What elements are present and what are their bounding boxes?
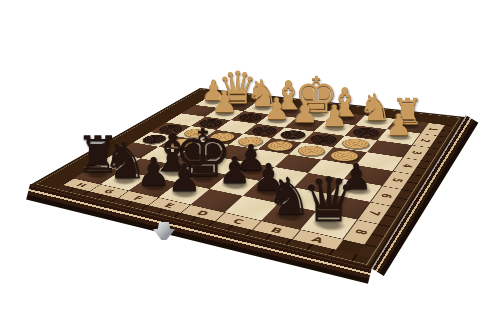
pieces-layer: ♜♞♝♚♝♞♛♟♟♟♟♟♟♟♟♟♟♚♝♛♞♟♟♞♜ xyxy=(0,0,500,333)
black-rook-h8[interactable]: ♜ xyxy=(75,130,120,180)
chess-set-photo: HGFEDCBA12345678 ♜♞♝♚♝♞♛♟♟♟♟♟♟♟♟♟♟♚♝♛♞♟♟… xyxy=(0,0,500,333)
black-pawn-e8[interactable]: ♟ xyxy=(167,159,202,198)
white-pawn-d2[interactable]: ♟ xyxy=(292,98,319,128)
white-pawn-e2[interactable]: ♟ xyxy=(263,95,290,125)
black-knight-b8[interactable]: ♞ xyxy=(266,171,312,222)
white-pawn-a2[interactable]: ♟ xyxy=(386,111,413,141)
white-pawn-c2[interactable]: ♟ xyxy=(321,102,348,132)
white-pawn-g2[interactable]: ♟ xyxy=(211,88,238,118)
